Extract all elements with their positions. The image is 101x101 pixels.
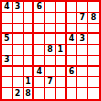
sudoku-cell-r9c1-empty[interactable] xyxy=(2,88,13,99)
sudoku-cell-r1c6-empty[interactable] xyxy=(56,2,67,13)
sudoku-cell-r6c5-empty[interactable] xyxy=(45,56,56,67)
sudoku-cell-r9c9-empty[interactable] xyxy=(88,88,99,99)
sudoku-cell-r5c9-empty[interactable] xyxy=(88,45,99,56)
sudoku-cell-r1c5-empty[interactable] xyxy=(45,2,56,13)
sudoku-cell-r4c2-empty[interactable] xyxy=(13,34,24,45)
sudoku-cell-r8c4-empty[interactable] xyxy=(34,77,45,88)
sudoku-cell-r9c4-empty[interactable] xyxy=(34,88,45,99)
sudoku-cell-r6c3-empty[interactable] xyxy=(24,56,35,67)
sudoku-cell-r8c8-empty[interactable] xyxy=(77,77,88,88)
sudoku-cell-r4c1-given[interactable]: 5 xyxy=(2,34,13,45)
sudoku-cell-r2c7-empty[interactable] xyxy=(67,13,78,24)
sudoku-cell-r1c2-given[interactable]: 3 xyxy=(13,2,24,13)
sudoku-cell-r3c5-empty[interactable] xyxy=(45,24,56,35)
sudoku-cell-r3c6-empty[interactable] xyxy=(56,24,67,35)
sudoku-cell-r3c9-empty[interactable] xyxy=(88,24,99,35)
sudoku-cell-r7c7-given[interactable]: 6 xyxy=(67,67,78,78)
sudoku-cell-r6c9-empty[interactable] xyxy=(88,56,99,67)
sudoku-cell-r7c9-empty[interactable] xyxy=(88,67,99,78)
sudoku-cell-r9c6-empty[interactable] xyxy=(56,88,67,99)
sudoku-cell-r2c5-empty[interactable] xyxy=(45,13,56,24)
sudoku-cell-r7c2-empty[interactable] xyxy=(13,67,24,78)
sudoku-cell-r1c1-given[interactable]: 4 xyxy=(2,2,13,13)
sudoku-cell-r7c3-empty[interactable] xyxy=(24,67,35,78)
sudoku-cell-r2c6-empty[interactable] xyxy=(56,13,67,24)
sudoku-cell-r4c7-given[interactable]: 4 xyxy=(67,34,78,45)
sudoku-cell-r9c5-empty[interactable] xyxy=(45,88,56,99)
sudoku-cell-r5c1-empty[interactable] xyxy=(2,45,13,56)
sudoku-cell-r8c2-empty[interactable] xyxy=(13,77,24,88)
sudoku-cell-r3c2-empty[interactable] xyxy=(13,24,24,35)
sudoku-cell-r2c1-empty[interactable] xyxy=(2,13,13,24)
sudoku-cell-r9c8-empty[interactable] xyxy=(77,88,88,99)
sudoku-cell-r2c8-given[interactable]: 7 xyxy=(77,13,88,24)
sudoku-cell-r3c1-empty[interactable] xyxy=(2,24,13,35)
sudoku-cell-r2c2-empty[interactable] xyxy=(13,13,24,24)
sudoku-cell-r5c2-empty[interactable] xyxy=(13,45,24,56)
sudoku-cell-r4c5-empty[interactable] xyxy=(45,34,56,45)
sudoku-cell-r3c4-empty[interactable] xyxy=(34,24,45,35)
sudoku-cell-r2c3-empty[interactable] xyxy=(24,13,35,24)
sudoku-cell-r6c1-given[interactable]: 3 xyxy=(2,56,13,67)
sudoku-cell-r2c9-given[interactable]: 8 xyxy=(88,13,99,24)
sudoku-cell-r5c5-given[interactable]: 8 xyxy=(45,45,56,56)
sudoku-cell-r1c4-given[interactable]: 6 xyxy=(34,2,45,13)
sudoku-cell-r8c9-empty[interactable] xyxy=(88,77,99,88)
sudoku-cell-r5c3-empty[interactable] xyxy=(24,45,35,56)
sudoku-cell-r7c1-empty[interactable] xyxy=(2,67,13,78)
sudoku-cell-r8c7-empty[interactable] xyxy=(67,77,78,88)
sudoku-cell-r6c8-empty[interactable] xyxy=(77,56,88,67)
sudoku-cell-r3c7-empty[interactable] xyxy=(67,24,78,35)
sudoku-cell-r1c8-empty[interactable] xyxy=(77,2,88,13)
sudoku-cell-r6c4-empty[interactable] xyxy=(34,56,45,67)
sudoku-cell-r4c8-given[interactable]: 3 xyxy=(77,34,88,45)
sudoku-cell-r2c4-empty[interactable] xyxy=(34,13,45,24)
sudoku-board: 43678543813461728 xyxy=(0,0,101,101)
sudoku-cell-r8c5-given[interactable]: 7 xyxy=(45,77,56,88)
sudoku-cell-r3c8-empty[interactable] xyxy=(77,24,88,35)
sudoku-cell-r6c2-empty[interactable] xyxy=(13,56,24,67)
sudoku-cell-r7c6-empty[interactable] xyxy=(56,67,67,78)
sudoku-cell-r8c6-empty[interactable] xyxy=(56,77,67,88)
sudoku-cell-r7c5-empty[interactable] xyxy=(45,67,56,78)
sudoku-cell-r8c3-given[interactable]: 1 xyxy=(24,77,35,88)
sudoku-cell-r5c6-given[interactable]: 1 xyxy=(56,45,67,56)
sudoku-cell-r5c7-empty[interactable] xyxy=(67,45,78,56)
sudoku-cell-r8c1-empty[interactable] xyxy=(2,77,13,88)
sudoku-cell-r7c4-given[interactable]: 4 xyxy=(34,67,45,78)
sudoku-cell-r5c8-empty[interactable] xyxy=(77,45,88,56)
sudoku-cell-r4c4-empty[interactable] xyxy=(34,34,45,45)
sudoku-cell-r4c9-empty[interactable] xyxy=(88,34,99,45)
sudoku-cell-r6c7-empty[interactable] xyxy=(67,56,78,67)
sudoku-cell-r9c2-given[interactable]: 2 xyxy=(13,88,24,99)
sudoku-cell-r3c3-empty[interactable] xyxy=(24,24,35,35)
sudoku-cell-r4c3-empty[interactable] xyxy=(24,34,35,45)
sudoku-cell-r6c6-empty[interactable] xyxy=(56,56,67,67)
sudoku-cell-r1c9-empty[interactable] xyxy=(88,2,99,13)
sudoku-cell-r4c6-empty[interactable] xyxy=(56,34,67,45)
sudoku-cell-r1c7-empty[interactable] xyxy=(67,2,78,13)
sudoku-cell-r1c3-empty[interactable] xyxy=(24,2,35,13)
sudoku-cell-r9c3-given[interactable]: 8 xyxy=(24,88,35,99)
sudoku-cell-r9c7-empty[interactable] xyxy=(67,88,78,99)
sudoku-cell-r7c8-empty[interactable] xyxy=(77,67,88,78)
sudoku-cell-r5c4-empty[interactable] xyxy=(34,45,45,56)
